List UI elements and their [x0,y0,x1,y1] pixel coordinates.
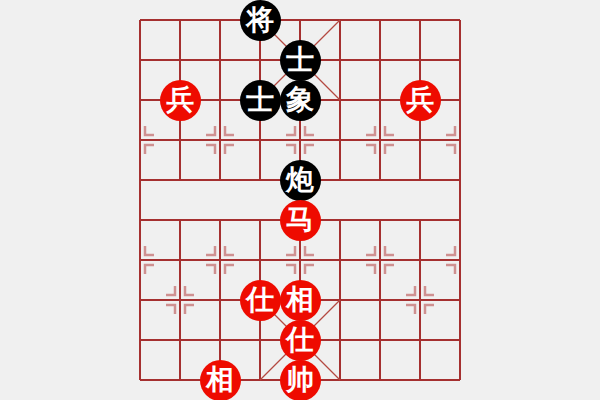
board-point-1-7 [160,280,200,320]
board-point-1-9 [160,360,200,400]
board-point-3-9 [240,360,280,400]
board-point-0-7 [120,280,160,320]
board-point-0-2 [120,80,160,120]
board-point-2-1 [200,40,240,80]
board-point-7-8 [400,320,440,360]
board-point-5-7 [320,280,360,320]
board-point-4-6 [280,240,320,280]
board-point-2-2 [200,80,240,120]
board-point-3-6 [240,240,280,280]
board-point-7-6 [400,240,440,280]
board-point-0-8 [120,320,160,360]
board-point-0-3 [120,120,160,160]
board-point-3-4 [240,160,280,200]
board-point-3-0: 将 [240,0,280,40]
board-point-2-4 [200,160,240,200]
piece-red-advisor[interactable]: 仕 [280,320,321,361]
board-point-5-5 [320,200,360,240]
board-point-6-4 [360,160,400,200]
board-point-4-1: 士 [280,40,320,80]
board-point-7-2: 兵 [400,80,440,120]
board-point-5-0 [320,0,360,40]
board-point-0-0 [120,0,160,40]
board-point-5-1 [320,40,360,80]
board-point-6-1 [360,40,400,80]
board-point-1-4 [160,160,200,200]
board-point-1-2: 兵 [160,80,200,120]
board-point-3-5 [240,200,280,240]
board-point-7-7 [400,280,440,320]
piece-red-elephant[interactable]: 相 [200,360,241,400]
board-point-4-0 [280,0,320,40]
board-point-5-9 [320,360,360,400]
board-point-7-3 [400,120,440,160]
board-point-1-1 [160,40,200,80]
board-point-8-5 [440,200,480,240]
piece-black-elephant[interactable]: 象 [280,80,321,121]
piece-red-general[interactable]: 帅 [280,360,321,400]
board-point-7-9 [400,360,440,400]
board-point-4-7: 相 [280,280,320,320]
board-point-4-2: 象 [280,80,320,120]
board-point-6-7 [360,280,400,320]
board-point-7-4 [400,160,440,200]
board-point-7-5 [400,200,440,240]
board-point-8-1 [440,40,480,80]
piece-black-advisor[interactable]: 士 [280,40,321,81]
board-point-1-8 [160,320,200,360]
board-point-2-9: 相 [200,360,240,400]
board-point-7-1 [400,40,440,80]
board-point-2-3 [200,120,240,160]
board-point-5-6 [320,240,360,280]
piece-black-advisor[interactable]: 士 [240,80,281,121]
xiangqi-diagram: 将士兵士象兵炮马仕相仕相帅 [0,0,600,400]
board-point-4-4: 炮 [280,160,320,200]
board-point-0-6 [120,240,160,280]
board-point-3-3 [240,120,280,160]
board-point-1-3 [160,120,200,160]
board-point-3-8 [240,320,280,360]
board-point-6-6 [360,240,400,280]
board-point-6-9 [360,360,400,400]
piece-black-general[interactable]: 将 [240,0,281,41]
piece-red-elephant[interactable]: 相 [280,280,321,321]
board-point-6-8 [360,320,400,360]
board-point-2-5 [200,200,240,240]
board-point-1-5 [160,200,200,240]
board-point-4-3 [280,120,320,160]
board-point-5-3 [320,120,360,160]
board-point-6-2 [360,80,400,120]
board-point-8-6 [440,240,480,280]
piece-red-horse[interactable]: 马 [280,200,321,241]
board-point-8-3 [440,120,480,160]
piece-red-soldier[interactable]: 兵 [160,80,201,121]
board-point-1-6 [160,240,200,280]
board-point-4-5: 马 [280,200,320,240]
board-point-5-2 [320,80,360,120]
board-point-0-9 [120,360,160,400]
board-point-6-0 [360,0,400,40]
board-point-3-7: 仕 [240,280,280,320]
board-point-8-8 [440,320,480,360]
xiangqi-board: 将士兵士象兵炮马仕相仕相帅 [120,0,480,400]
piece-black-cannon[interactable]: 炮 [280,160,321,201]
board-point-2-6 [200,240,240,280]
board-point-2-7 [200,280,240,320]
board-point-8-9 [440,360,480,400]
board-point-8-2 [440,80,480,120]
board-point-7-0 [400,0,440,40]
piece-red-advisor[interactable]: 仕 [240,280,281,321]
board-point-5-8 [320,320,360,360]
board-point-1-0 [160,0,200,40]
board-point-5-4 [320,160,360,200]
board-point-4-9: 帅 [280,360,320,400]
board-point-6-5 [360,200,400,240]
board-point-3-2: 士 [240,80,280,120]
board-point-6-3 [360,120,400,160]
board-point-3-1 [240,40,280,80]
board-point-2-0 [200,0,240,40]
board-point-0-1 [120,40,160,80]
piece-red-soldier[interactable]: 兵 [400,80,441,121]
board-point-8-7 [440,280,480,320]
board-point-2-8 [200,320,240,360]
board-point-8-4 [440,160,480,200]
board-point-4-8: 仕 [280,320,320,360]
board-point-8-0 [440,0,480,40]
board-point-0-5 [120,200,160,240]
board-point-0-4 [120,160,160,200]
